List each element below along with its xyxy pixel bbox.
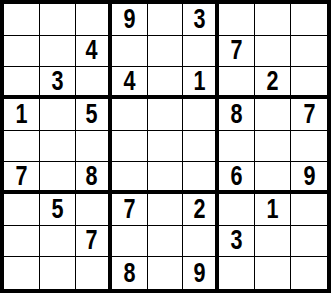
cell-r7c2[interactable]: 5 xyxy=(40,194,76,226)
given-digit: 7 xyxy=(303,101,315,128)
given-digit: 4 xyxy=(86,37,98,64)
cell-r1c6[interactable]: 3 xyxy=(183,4,219,36)
given-digit: 3 xyxy=(231,227,243,254)
cell-r8c8[interactable] xyxy=(255,226,291,258)
given-digit: 5 xyxy=(86,101,98,128)
cell-r9c3[interactable] xyxy=(76,257,112,289)
cell-r2c3[interactable]: 4 xyxy=(76,36,112,68)
cell-r5c2[interactable] xyxy=(40,131,76,163)
cell-r3c5[interactable] xyxy=(148,67,184,99)
given-digit: 1 xyxy=(193,68,205,95)
cell-r8c4[interactable] xyxy=(112,226,148,258)
given-digit: 7 xyxy=(123,196,135,223)
given-digit: 8 xyxy=(86,163,98,190)
cell-r5c5[interactable] xyxy=(148,131,184,163)
cell-r4c4[interactable] xyxy=(112,99,148,131)
cell-r9c2[interactable] xyxy=(40,257,76,289)
cell-r3c9[interactable] xyxy=(291,67,327,99)
given-digit: 1 xyxy=(15,101,27,128)
given-digit: 7 xyxy=(231,37,243,64)
given-digit: 2 xyxy=(193,196,205,223)
cell-r4c8[interactable] xyxy=(255,99,291,131)
cell-r5c9[interactable] xyxy=(291,131,327,163)
given-digit: 7 xyxy=(15,163,27,190)
cell-r6c4[interactable] xyxy=(112,162,148,194)
cell-r4c1[interactable]: 1 xyxy=(4,99,40,131)
cell-r6c7[interactable]: 6 xyxy=(219,162,255,194)
cell-r3c7[interactable] xyxy=(219,67,255,99)
cell-r6c8[interactable] xyxy=(255,162,291,194)
given-digit: 3 xyxy=(51,68,63,95)
cell-r7c7[interactable] xyxy=(219,194,255,226)
cell-r5c8[interactable] xyxy=(255,131,291,163)
cell-r4c9[interactable]: 7 xyxy=(291,99,327,131)
cell-r3c6[interactable]: 1 xyxy=(183,67,219,99)
given-digit: 4 xyxy=(123,68,135,95)
cell-r7c9[interactable] xyxy=(291,194,327,226)
given-digit: 9 xyxy=(193,260,205,287)
given-digit: 8 xyxy=(231,101,243,128)
cell-r3c1[interactable] xyxy=(4,67,40,99)
cell-r9c7[interactable] xyxy=(219,257,255,289)
given-digit: 7 xyxy=(86,227,98,254)
cell-r8c3[interactable]: 7 xyxy=(76,226,112,258)
given-digit: 8 xyxy=(123,260,135,287)
cell-r8c2[interactable] xyxy=(40,226,76,258)
given-digit: 3 xyxy=(193,6,205,33)
cell-r3c4[interactable]: 4 xyxy=(112,67,148,99)
given-digit: 5 xyxy=(51,196,63,223)
cell-r8c7[interactable]: 3 xyxy=(219,226,255,258)
cell-r2c7[interactable]: 7 xyxy=(219,36,255,68)
cell-r9c5[interactable] xyxy=(148,257,184,289)
given-digit: 9 xyxy=(123,6,135,33)
cell-r7c8[interactable]: 1 xyxy=(255,194,291,226)
cell-r5c7[interactable] xyxy=(219,131,255,163)
cell-r7c1[interactable] xyxy=(4,194,40,226)
given-digit: 6 xyxy=(231,163,243,190)
cell-r6c3[interactable]: 8 xyxy=(76,162,112,194)
cell-r9c1[interactable] xyxy=(4,257,40,289)
cell-r1c1[interactable] xyxy=(4,4,40,36)
cell-r2c4[interactable] xyxy=(112,36,148,68)
cell-r1c2[interactable] xyxy=(40,4,76,36)
cell-r9c6[interactable]: 9 xyxy=(183,257,219,289)
cell-r2c2[interactable] xyxy=(40,36,76,68)
cell-r3c2[interactable]: 3 xyxy=(40,67,76,99)
cell-r2c8[interactable] xyxy=(255,36,291,68)
cell-r8c9[interactable] xyxy=(291,226,327,258)
cell-r8c5[interactable] xyxy=(148,226,184,258)
cell-r1c3[interactable] xyxy=(76,4,112,36)
cell-r7c6[interactable]: 2 xyxy=(183,194,219,226)
cell-r6c9[interactable]: 9 xyxy=(291,162,327,194)
cell-r2c6[interactable] xyxy=(183,36,219,68)
cell-r2c1[interactable] xyxy=(4,36,40,68)
cell-r4c6[interactable] xyxy=(183,99,219,131)
cell-r4c2[interactable] xyxy=(40,99,76,131)
cell-r2c5[interactable] xyxy=(148,36,184,68)
cell-r8c6[interactable] xyxy=(183,226,219,258)
cell-r6c2[interactable] xyxy=(40,162,76,194)
cell-r6c1[interactable]: 7 xyxy=(4,162,40,194)
cell-r5c1[interactable] xyxy=(4,131,40,163)
cell-r7c4[interactable]: 7 xyxy=(112,194,148,226)
cell-r9c9[interactable] xyxy=(291,257,327,289)
cell-r1c7[interactable] xyxy=(219,4,255,36)
cell-r4c5[interactable] xyxy=(148,99,184,131)
cell-r5c4[interactable] xyxy=(112,131,148,163)
given-digit: 2 xyxy=(267,68,279,95)
cell-r2c9[interactable] xyxy=(291,36,327,68)
sudoku-board: 934734121587786957217389 xyxy=(0,0,331,293)
cell-r8c1[interactable] xyxy=(4,226,40,258)
cell-r1c8[interactable] xyxy=(255,4,291,36)
cell-r3c8[interactable]: 2 xyxy=(255,67,291,99)
cell-r5c3[interactable] xyxy=(76,131,112,163)
cell-r1c4[interactable]: 9 xyxy=(112,4,148,36)
cell-r3c3[interactable] xyxy=(76,67,112,99)
cell-r6c6[interactable] xyxy=(183,162,219,194)
given-digit: 9 xyxy=(303,163,315,190)
cell-r7c5[interactable] xyxy=(148,194,184,226)
cell-r9c4[interactable]: 8 xyxy=(112,257,148,289)
cell-r5c6[interactable] xyxy=(183,131,219,163)
cell-r1c9[interactable] xyxy=(291,4,327,36)
cell-r4c3[interactable]: 5 xyxy=(76,99,112,131)
cell-r6c5[interactable] xyxy=(148,162,184,194)
cell-r7c3[interactable] xyxy=(76,194,112,226)
cell-r9c8[interactable] xyxy=(255,257,291,289)
given-digit: 1 xyxy=(267,196,279,223)
cell-r1c5[interactable] xyxy=(148,4,184,36)
cell-r4c7[interactable]: 8 xyxy=(219,99,255,131)
